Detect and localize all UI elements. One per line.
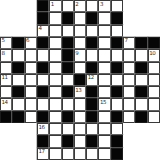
white-cell[interactable]: [62, 25, 74, 37]
white-cell[interactable]: [25, 86, 37, 98]
outside-cell: [135, 123, 147, 135]
white-cell[interactable]: [148, 86, 160, 98]
outside-cell: [12, 123, 24, 135]
white-cell[interactable]: 2: [74, 0, 86, 12]
white-cell[interactable]: [98, 12, 110, 24]
clue-number: 2: [75, 1, 78, 7]
clue-number: 17: [38, 148, 44, 154]
white-cell[interactable]: [123, 111, 135, 123]
white-cell[interactable]: [49, 25, 61, 37]
white-cell[interactable]: [62, 148, 74, 160]
clue-number: 16: [38, 124, 44, 130]
black-cell: [12, 62, 24, 74]
white-cell[interactable]: 14: [0, 98, 12, 110]
clue-number: 5: [2, 37, 5, 43]
black-cell: [111, 111, 123, 123]
white-cell[interactable]: [74, 111, 86, 123]
crossword-grid: 1234567891011121314151617: [0, 0, 160, 160]
white-cell[interactable]: [86, 25, 98, 37]
white-cell[interactable]: [12, 49, 24, 61]
outside-cell: [25, 25, 37, 37]
white-cell[interactable]: [74, 62, 86, 74]
white-cell[interactable]: 17: [37, 148, 49, 160]
white-cell[interactable]: [49, 111, 61, 123]
white-cell[interactable]: [49, 74, 61, 86]
outside-cell: [135, 148, 147, 160]
white-cell[interactable]: [62, 98, 74, 110]
white-cell[interactable]: [74, 135, 86, 147]
outside-cell: [25, 135, 37, 147]
black-cell: [0, 111, 12, 123]
outside-cell: [25, 148, 37, 160]
white-cell[interactable]: [148, 62, 160, 74]
white-cell[interactable]: [123, 74, 135, 86]
black-cell: [111, 62, 123, 74]
clue-number: 15: [100, 99, 106, 105]
outside-cell: [25, 123, 37, 135]
black-cell: [62, 62, 74, 74]
white-cell[interactable]: [25, 74, 37, 86]
white-cell[interactable]: [25, 49, 37, 61]
clue-number: 1: [51, 1, 54, 7]
white-cell[interactable]: [49, 135, 61, 147]
white-cell[interactable]: 16: [37, 123, 49, 135]
white-cell[interactable]: [49, 86, 61, 98]
black-cell: [135, 37, 147, 49]
clue-number: 10: [149, 50, 155, 56]
black-cell: [135, 111, 147, 123]
black-cell: [62, 135, 74, 147]
white-cell[interactable]: [25, 98, 37, 110]
black-cell: [37, 135, 49, 147]
white-cell[interactable]: [98, 62, 110, 74]
outside-cell: [148, 12, 160, 24]
white-cell[interactable]: 7: [123, 37, 135, 49]
outside-cell: [148, 123, 160, 135]
white-cell[interactable]: [98, 37, 110, 49]
outside-cell: [12, 25, 24, 37]
outside-cell: [0, 148, 12, 160]
black-cell: [37, 86, 49, 98]
black-cell: [62, 86, 74, 98]
clue-number: 14: [2, 99, 8, 105]
black-cell: [111, 135, 123, 147]
white-cell[interactable]: [135, 98, 147, 110]
clue-number: 8: [2, 50, 5, 56]
white-cell[interactable]: 10: [148, 49, 160, 61]
clue-number: 11: [2, 74, 8, 80]
outside-cell: [123, 148, 135, 160]
white-cell[interactable]: [148, 98, 160, 110]
white-cell[interactable]: [111, 123, 123, 135]
white-cell[interactable]: [37, 74, 49, 86]
white-cell[interactable]: [86, 148, 98, 160]
black-cell: [111, 148, 123, 160]
white-cell[interactable]: [74, 148, 86, 160]
clue-number: 6: [26, 37, 29, 43]
white-cell[interactable]: [86, 123, 98, 135]
white-cell[interactable]: [111, 49, 123, 61]
white-cell[interactable]: [86, 49, 98, 61]
outside-cell: [123, 123, 135, 135]
black-cell: [37, 0, 49, 12]
white-cell[interactable]: [25, 111, 37, 123]
white-cell[interactable]: [49, 37, 61, 49]
white-cell[interactable]: [135, 74, 147, 86]
black-cell: [62, 12, 74, 24]
white-cell[interactable]: [12, 98, 24, 110]
outside-cell: [25, 0, 37, 12]
white-cell[interactable]: [98, 74, 110, 86]
outside-cell: [148, 148, 160, 160]
black-cell: [86, 62, 98, 74]
white-cell[interactable]: [12, 74, 24, 86]
white-cell[interactable]: 1: [49, 0, 61, 12]
outside-cell: [0, 12, 12, 24]
white-cell[interactable]: [74, 25, 86, 37]
outside-cell: [12, 0, 24, 12]
white-cell[interactable]: 15: [98, 98, 110, 110]
white-cell[interactable]: [74, 98, 86, 110]
white-cell[interactable]: 9: [74, 49, 86, 61]
clue-number: 9: [75, 50, 78, 56]
outside-cell: [0, 135, 12, 147]
white-cell[interactable]: [98, 111, 110, 123]
white-cell[interactable]: [37, 98, 49, 110]
white-cell[interactable]: 13: [74, 86, 86, 98]
white-cell[interactable]: [49, 98, 61, 110]
outside-cell: [0, 0, 12, 12]
outside-cell: [135, 0, 147, 12]
black-cell: [111, 86, 123, 98]
black-cell: [86, 98, 98, 110]
black-cell: [12, 111, 24, 123]
white-cell[interactable]: [123, 49, 135, 61]
black-cell: [86, 37, 98, 49]
black-cell: [74, 74, 86, 86]
outside-cell: [123, 25, 135, 37]
white-cell[interactable]: [98, 49, 110, 61]
clue-number: 3: [100, 1, 103, 7]
white-cell[interactable]: [49, 12, 61, 24]
black-cell: [37, 111, 49, 123]
outside-cell: [135, 135, 147, 147]
black-cell: [86, 86, 98, 98]
white-cell[interactable]: [0, 86, 12, 98]
black-cell: [86, 111, 98, 123]
black-cell: [37, 37, 49, 49]
white-cell[interactable]: 5: [0, 37, 12, 49]
black-cell: [12, 37, 24, 49]
white-cell[interactable]: [123, 62, 135, 74]
white-cell[interactable]: [0, 62, 12, 74]
black-cell: [135, 86, 147, 98]
white-cell[interactable]: 4: [37, 25, 49, 37]
white-cell[interactable]: [111, 25, 123, 37]
outside-cell: [123, 12, 135, 24]
outside-cell: [135, 25, 147, 37]
black-cell: [62, 111, 74, 123]
black-cell: [135, 62, 147, 74]
white-cell[interactable]: [98, 148, 110, 160]
white-cell[interactable]: [25, 62, 37, 74]
black-cell: [86, 12, 98, 24]
white-cell[interactable]: [111, 74, 123, 86]
white-cell[interactable]: [74, 37, 86, 49]
white-cell[interactable]: [74, 123, 86, 135]
white-cell[interactable]: [74, 12, 86, 24]
white-cell[interactable]: [49, 148, 61, 160]
white-cell[interactable]: [49, 123, 61, 135]
white-cell[interactable]: [135, 49, 147, 61]
white-cell[interactable]: [123, 86, 135, 98]
clue-number: 4: [38, 25, 41, 31]
black-cell: [86, 135, 98, 147]
outside-cell: [135, 12, 147, 24]
black-cell: [148, 37, 160, 49]
clue-number: 12: [88, 74, 94, 80]
black-cell: [37, 62, 49, 74]
outside-cell: [12, 148, 24, 160]
white-cell[interactable]: [98, 25, 110, 37]
white-cell[interactable]: 8: [0, 49, 12, 61]
white-cell[interactable]: [62, 123, 74, 135]
outside-cell: [123, 0, 135, 12]
outside-cell: [148, 0, 160, 12]
white-cell[interactable]: 11: [0, 74, 12, 86]
outside-cell: [12, 12, 24, 24]
white-cell[interactable]: [123, 98, 135, 110]
white-cell[interactable]: [62, 0, 74, 12]
white-cell[interactable]: [111, 0, 123, 12]
white-cell[interactable]: [86, 0, 98, 12]
outside-cell: [123, 135, 135, 147]
white-cell[interactable]: [148, 111, 160, 123]
white-cell[interactable]: [62, 74, 74, 86]
white-cell[interactable]: [49, 49, 61, 61]
white-cell[interactable]: [49, 62, 61, 74]
white-cell[interactable]: [37, 49, 49, 61]
outside-cell: [0, 123, 12, 135]
outside-cell: [148, 25, 160, 37]
white-cell[interactable]: 3: [98, 0, 110, 12]
white-cell[interactable]: [111, 98, 123, 110]
white-cell[interactable]: [98, 86, 110, 98]
clue-number: 13: [75, 87, 81, 93]
clue-number: 7: [125, 37, 128, 43]
outside-cell: [0, 25, 12, 37]
white-cell[interactable]: 6: [25, 37, 37, 49]
outside-cell: [148, 135, 160, 147]
black-cell: [111, 37, 123, 49]
black-cell: [12, 86, 24, 98]
outside-cell: [25, 12, 37, 24]
outside-cell: [12, 135, 24, 147]
black-cell: [62, 49, 74, 61]
black-cell: [62, 37, 74, 49]
white-cell[interactable]: [98, 135, 110, 147]
black-cell: [37, 12, 49, 24]
white-cell[interactable]: [148, 74, 160, 86]
white-cell[interactable]: 12: [86, 74, 98, 86]
white-cell[interactable]: [98, 123, 110, 135]
black-cell: [111, 12, 123, 24]
